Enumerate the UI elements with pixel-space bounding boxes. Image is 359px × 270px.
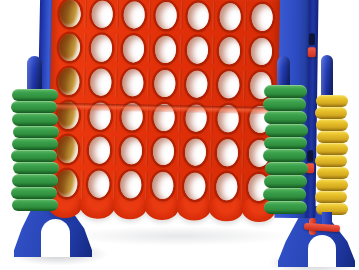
floor-shadow-center <box>66 226 292 246</box>
leg-left-arch <box>41 219 71 257</box>
empty-hole <box>59 0 81 27</box>
right-yellow-ring[interactable] <box>316 143 348 155</box>
board-cell[interactable] <box>83 133 116 168</box>
empty-hole <box>184 139 206 166</box>
board-cell[interactable] <box>212 67 245 102</box>
empty-hole <box>218 37 240 64</box>
empty-hole <box>56 136 78 163</box>
empty-hole <box>219 3 241 30</box>
board-cell[interactable] <box>213 33 246 68</box>
left-green-ring[interactable] <box>12 89 58 101</box>
board-cell[interactable] <box>211 136 244 171</box>
empty-hole <box>155 1 177 28</box>
release-slider-top[interactable] <box>308 47 316 57</box>
empty-hole <box>91 0 113 27</box>
board-cell[interactable] <box>117 31 150 66</box>
empty-hole <box>250 37 272 64</box>
stack-right-yellow-post-cap <box>321 55 333 97</box>
empty-hole <box>152 172 174 199</box>
stack-right-yellow-rings <box>316 95 348 215</box>
right-green-ring[interactable] <box>264 175 307 188</box>
board-cell[interactable] <box>53 30 86 65</box>
board-cell[interactable] <box>180 67 213 102</box>
left-green-ring[interactable] <box>13 162 59 174</box>
board-cell[interactable] <box>245 0 278 34</box>
board-cell[interactable] <box>149 32 182 67</box>
board-cell[interactable] <box>53 0 86 31</box>
scene <box>0 0 359 270</box>
empty-hole <box>56 170 78 197</box>
right-green-ring[interactable] <box>263 98 306 111</box>
right-green-ring[interactable] <box>264 201 307 214</box>
empty-hole <box>218 71 240 98</box>
right-yellow-ring[interactable] <box>317 131 349 143</box>
slider-slot-bottom <box>307 150 313 162</box>
right-green-ring[interactable] <box>264 85 307 98</box>
empty-hole <box>90 34 112 61</box>
board-cell[interactable] <box>114 168 147 203</box>
board-cell[interactable] <box>146 168 179 203</box>
stack-left-green-rings <box>12 89 58 211</box>
board <box>48 0 280 210</box>
left-green-ring[interactable] <box>13 126 59 138</box>
board-cell[interactable] <box>148 66 181 101</box>
right-green-ring[interactable] <box>263 149 306 162</box>
board-cell[interactable] <box>149 0 182 32</box>
right-yellow-ring[interactable] <box>316 203 348 215</box>
board-cell[interactable] <box>85 0 118 31</box>
left-green-ring[interactable] <box>11 150 57 162</box>
right-yellow-ring[interactable] <box>317 167 349 179</box>
empty-hole <box>251 3 273 30</box>
board-cell[interactable] <box>117 0 150 32</box>
board-cell[interactable] <box>245 34 278 69</box>
left-green-ring[interactable] <box>12 113 58 125</box>
empty-hole <box>216 139 238 166</box>
empty-hole <box>58 68 80 95</box>
board-cell[interactable] <box>85 31 118 66</box>
slider-slot-top <box>309 33 315 45</box>
empty-hole <box>88 137 110 164</box>
board-cell[interactable] <box>210 170 243 205</box>
empty-hole <box>186 70 208 97</box>
board-cell[interactable] <box>82 167 115 202</box>
right-green-ring[interactable] <box>265 124 308 137</box>
left-green-ring[interactable] <box>12 199 58 211</box>
board-cell[interactable] <box>147 134 180 169</box>
right-yellow-ring[interactable] <box>316 95 348 107</box>
left-green-ring[interactable] <box>12 138 58 150</box>
left-green-ring[interactable] <box>11 101 57 113</box>
empty-hole <box>90 68 112 95</box>
empty-hole <box>122 69 144 96</box>
board-cell[interactable] <box>116 65 149 100</box>
right-yellow-ring[interactable] <box>316 179 348 191</box>
empty-hole <box>216 173 238 200</box>
board-cell[interactable] <box>181 0 214 33</box>
empty-hole <box>88 171 110 198</box>
empty-hole <box>154 36 176 63</box>
right-green-ring[interactable] <box>264 137 307 150</box>
empty-hole <box>187 2 209 29</box>
right-yellow-ring[interactable] <box>315 107 347 119</box>
empty-hole <box>152 138 174 165</box>
stack-left-green-post-cap <box>27 56 42 92</box>
right-yellow-ring[interactable] <box>316 119 348 131</box>
right-yellow-ring[interactable] <box>315 155 347 167</box>
board-cell[interactable] <box>84 65 117 100</box>
empty-hole <box>58 34 80 61</box>
stack-right-green-rings <box>264 85 307 214</box>
empty-hole <box>122 35 144 62</box>
empty-hole <box>120 137 142 164</box>
board-cell[interactable] <box>179 135 212 170</box>
left-green-ring[interactable] <box>11 187 57 199</box>
empty-hole <box>154 70 176 97</box>
stack-right-green-post-cap <box>277 56 290 88</box>
leg-right-arch <box>308 235 336 267</box>
right-yellow-ring[interactable] <box>315 191 347 203</box>
empty-hole <box>123 1 145 28</box>
right-green-ring[interactable] <box>263 188 306 201</box>
empty-hole <box>186 36 208 63</box>
board-cell[interactable] <box>213 0 246 34</box>
board-cell[interactable] <box>178 169 211 204</box>
empty-hole <box>120 172 142 199</box>
empty-hole <box>184 173 206 200</box>
right-green-ring[interactable] <box>265 162 308 175</box>
board-cell[interactable] <box>115 134 148 169</box>
board-cell[interactable] <box>181 32 214 67</box>
right-green-ring[interactable] <box>264 111 307 124</box>
left-green-ring[interactable] <box>12 174 58 186</box>
